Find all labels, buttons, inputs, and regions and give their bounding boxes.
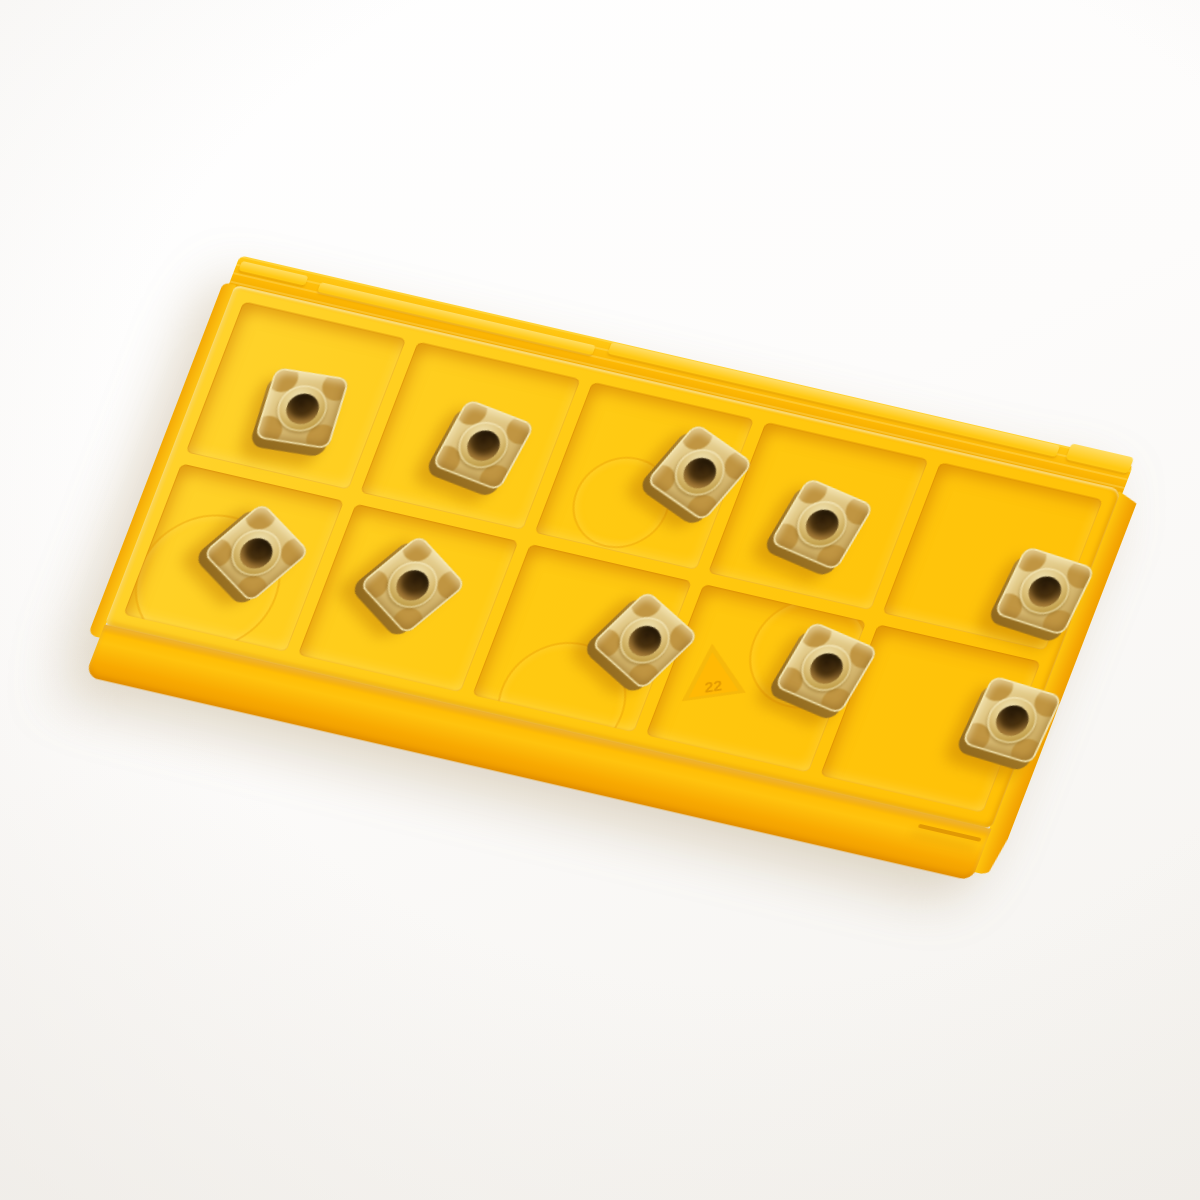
carbide-insert <box>202 502 310 603</box>
insert-center-hole <box>282 391 322 426</box>
insert-top-face <box>202 502 310 603</box>
insert-top-face <box>359 534 467 635</box>
insert-center-ring <box>378 552 448 618</box>
carbide-insert <box>591 590 700 691</box>
insert-center-ring <box>610 608 680 674</box>
insert-center-hole <box>1023 572 1066 610</box>
insert-center-hole <box>622 619 668 661</box>
insert-center-ring <box>665 440 735 505</box>
insert-center-ring <box>271 382 333 436</box>
carbide-insert <box>646 423 755 523</box>
insert-center-ring <box>979 691 1045 749</box>
insert-top-face <box>646 423 755 523</box>
insert-center-hole <box>804 648 848 688</box>
insert-center-ring <box>788 494 856 555</box>
insert-center-hole <box>677 451 722 493</box>
insert-center-ring <box>1011 562 1077 621</box>
carbide-insert <box>769 477 874 571</box>
insert-center-ring <box>221 520 291 586</box>
insert-center-hole <box>800 504 844 544</box>
carbide-insert <box>774 621 879 715</box>
insert-top-face <box>254 367 349 449</box>
carbide-insert <box>359 534 467 635</box>
insert-center-hole <box>390 563 435 605</box>
product-photo-scene: 22 <box>0 0 1200 1200</box>
insert-center-hole <box>234 531 279 573</box>
insert-center-ring <box>450 415 518 475</box>
insert-center-hole <box>461 425 505 464</box>
insert-center-hole <box>991 701 1034 739</box>
insert-top-face <box>591 590 700 691</box>
insert-layer <box>85 257 1133 881</box>
carbide-insert <box>254 367 349 449</box>
insert-center-ring <box>792 637 860 698</box>
carbide-insert <box>431 398 535 491</box>
insert-tray: 22 <box>85 257 1133 881</box>
